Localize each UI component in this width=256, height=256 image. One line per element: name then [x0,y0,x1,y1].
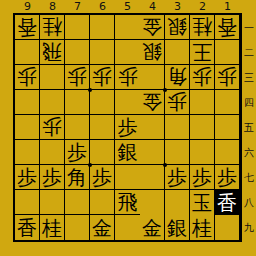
square-71[interactable] [65,15,90,40]
square-22[interactable]: 王 [190,40,215,65]
file-label-8: 8 [40,0,65,13]
square-89[interactable]: 桂 [40,215,65,240]
square-57[interactable] [115,165,140,190]
gote-pawn: 歩 [192,67,212,87]
square-13[interactable]: 歩 [215,65,240,90]
square-48[interactable] [140,190,165,215]
file-label-6: 6 [90,0,115,13]
square-27[interactable]: 歩 [190,165,215,190]
square-25[interactable] [190,115,215,140]
file-labels: 987654321 [15,0,240,13]
square-15[interactable] [215,115,240,140]
gote-gold: 金 [142,17,162,37]
gote-knight: 桂 [42,17,62,37]
square-65[interactable] [90,115,115,140]
sente-gold: 金 [142,218,162,238]
square-24[interactable] [190,90,215,115]
square-64[interactable] [90,90,115,115]
square-16[interactable] [215,140,240,165]
sente-lance: 香 [217,193,237,213]
file-label-2: 2 [190,0,215,13]
sente-pawn: 歩 [67,142,87,162]
gote-pawn: 歩 [167,92,187,112]
square-41[interactable]: 金 [140,15,165,40]
sente-pawn: 歩 [167,167,187,187]
sente-silver: 銀 [167,218,187,238]
rank-label-二: 二 [242,40,256,65]
square-67[interactable]: 歩 [90,165,115,190]
square-35[interactable] [165,115,190,140]
square-76[interactable]: 歩 [65,140,90,165]
square-51[interactable] [115,15,140,40]
gote-silver: 銀 [167,17,187,37]
square-98[interactable] [15,190,40,215]
square-11[interactable]: 香 [215,15,240,40]
shogi-board-screenshot: 987654321 一二三四五六七八九 香桂金銀桂香飛銀王歩歩歩歩角歩歩金歩歩歩… [0,0,256,256]
square-79[interactable] [65,215,90,240]
square-62[interactable] [90,40,115,65]
square-84[interactable] [40,90,65,115]
square-66[interactable] [90,140,115,165]
rank-labels: 一二三四五六七八九 [242,15,256,240]
square-12[interactable] [215,40,240,65]
sente-knight: 桂 [192,218,212,238]
file-label-5: 5 [115,0,140,13]
sente-rook: 飛 [118,192,138,212]
file-label-9: 9 [15,0,40,13]
gote-pawn: 歩 [17,67,37,87]
square-74[interactable] [65,90,90,115]
sente-pawn: 歩 [42,167,62,187]
rank-label-四: 四 [242,90,256,115]
gote-pawn: 歩 [42,117,62,137]
square-19[interactable] [215,215,240,240]
square-91[interactable]: 香 [15,15,40,40]
gote-pawn: 歩 [118,67,138,87]
rank-label-七: 七 [242,165,256,190]
sente-king: 玉 [192,193,212,213]
square-75[interactable] [65,115,90,140]
square-93[interactable]: 歩 [15,65,40,90]
square-85[interactable]: 歩 [40,115,65,140]
gote-lance: 香 [17,17,37,37]
square-44[interactable]: 金 [140,90,165,115]
square-36[interactable] [165,140,190,165]
square-46[interactable] [140,140,165,165]
square-18[interactable]: 香 [215,190,240,215]
square-52[interactable] [115,40,140,65]
rank-label-九: 九 [242,215,256,240]
square-42[interactable]: 銀 [140,40,165,65]
sente-pawn: 歩 [118,117,138,137]
sente-pawn: 歩 [92,167,112,187]
square-58[interactable]: 飛 [115,190,140,215]
square-54[interactable] [115,90,140,115]
sente-pawn: 歩 [192,167,212,187]
square-31[interactable]: 銀 [165,15,190,40]
square-61[interactable] [90,15,115,40]
sente-pawn: 歩 [217,167,237,187]
square-81[interactable]: 桂 [40,15,65,40]
file-label-3: 3 [165,0,190,13]
square-63[interactable]: 歩 [90,65,115,90]
sente-lance: 香 [17,218,37,238]
shogi-board: 香桂金銀桂香飛銀王歩歩歩歩角歩歩金歩歩歩歩銀歩歩角歩歩歩歩飛玉香香桂金金銀桂 [13,13,242,242]
square-55[interactable]: 歩 [115,115,140,140]
sente-gold: 金 [92,218,112,238]
square-88[interactable] [40,190,65,215]
square-56[interactable]: 銀 [115,140,140,165]
rank-label-八: 八 [242,190,256,215]
file-label-7: 7 [65,0,90,13]
square-29[interactable]: 桂 [190,215,215,240]
gote-knight: 桂 [192,17,212,37]
gote-pawn: 歩 [92,67,112,87]
square-72[interactable] [65,40,90,65]
gote-king: 王 [192,42,212,62]
file-label-4: 4 [140,0,165,13]
square-86[interactable] [40,140,65,165]
square-59[interactable] [115,215,140,240]
rank-label-六: 六 [242,140,256,165]
square-78[interactable] [65,190,90,215]
square-69[interactable]: 金 [90,215,115,240]
gote-pawn: 歩 [67,67,87,87]
square-87[interactable]: 歩 [40,165,65,190]
square-37[interactable]: 歩 [165,165,190,190]
square-94[interactable] [15,90,40,115]
square-97[interactable]: 歩 [15,165,40,190]
hoshi-dot [163,163,167,167]
square-23[interactable]: 歩 [190,65,215,90]
square-45[interactable] [140,115,165,140]
sente-bishop: 角 [67,167,87,187]
square-83[interactable] [40,65,65,90]
sente-silver: 銀 [118,142,138,162]
gote-silver: 銀 [142,42,162,62]
square-17[interactable]: 歩 [215,165,240,190]
square-32[interactable] [165,40,190,65]
sente-pawn: 歩 [17,167,37,187]
gote-pawn: 歩 [217,67,237,87]
gote-bishop: 角 [167,67,187,87]
rank-label-三: 三 [242,65,256,90]
square-33[interactable]: 角 [165,65,190,90]
square-95[interactable] [15,115,40,140]
square-99[interactable]: 香 [15,215,40,240]
square-92[interactable] [15,40,40,65]
square-14[interactable] [215,90,240,115]
square-47[interactable] [140,165,165,190]
gote-gold: 金 [142,92,162,112]
gote-rook: 飛 [42,42,62,62]
square-21[interactable]: 桂 [190,15,215,40]
square-34[interactable]: 歩 [165,90,190,115]
square-82[interactable]: 飛 [40,40,65,65]
rank-label-五: 五 [242,115,256,140]
square-77[interactable]: 角 [65,165,90,190]
square-26[interactable] [190,140,215,165]
hoshi-dot [88,163,92,167]
square-38[interactable] [165,190,190,215]
square-43[interactable] [140,65,165,90]
rank-label-一: 一 [242,15,256,40]
file-label-1: 1 [215,0,240,13]
square-96[interactable] [15,140,40,165]
square-49[interactable]: 金 [140,215,165,240]
square-28[interactable]: 玉 [190,190,215,215]
sente-knight: 桂 [42,218,62,238]
square-73[interactable]: 歩 [65,65,90,90]
square-53[interactable]: 歩 [115,65,140,90]
square-68[interactable] [90,190,115,215]
square-39[interactable]: 銀 [165,215,190,240]
gote-lance: 香 [217,17,237,37]
